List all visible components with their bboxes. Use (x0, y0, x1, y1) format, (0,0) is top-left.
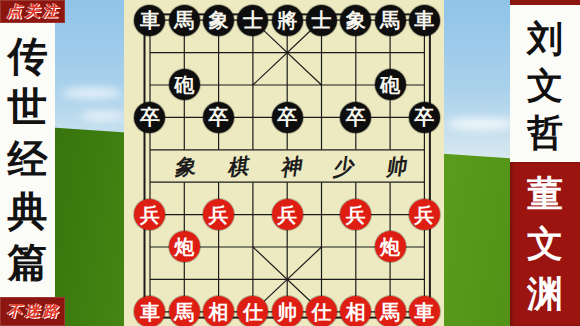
text-char: 董 (527, 176, 563, 212)
piece-red-horse-c1r9[interactable]: 馬 (169, 296, 200, 326)
text-char: 刘 (527, 21, 563, 57)
player-name-panel-black: 刘文哲 (510, 0, 580, 162)
piece-black-cannon-c1r2[interactable]: 砲 (169, 69, 200, 100)
piece-red-horse-c7r9[interactable]: 馬 (375, 296, 406, 326)
piece-black-horse-c7r0[interactable]: 馬 (375, 5, 406, 36)
piece-black-general-c4r0[interactable]: 將 (272, 5, 303, 36)
follow-banner-top[interactable]: 点关注 (0, 0, 65, 23)
piece-black-soldier-c4r3[interactable]: 卒 (272, 102, 303, 133)
series-title-vertical: 传世经典篇 (0, 24, 55, 294)
piece-black-soldier-c2r3[interactable]: 卒 (203, 102, 234, 133)
follow-banner-bottom[interactable]: 不迷路 (0, 297, 65, 326)
thumbnail-stage: 传世经典篇 点关注 不迷路 刘文哲 董文渊 象棋神少帅 車馬象士將士象馬車砲砲卒… (0, 0, 580, 326)
piece-black-soldier-c8r3[interactable]: 卒 (409, 102, 440, 133)
text-char: 典 (8, 191, 48, 231)
text-char: 哲 (527, 115, 563, 151)
piece-black-elephant-c6r0[interactable]: 象 (340, 5, 371, 36)
text-char: 迷 (25, 304, 40, 319)
piece-black-advisor-c3r0[interactable]: 士 (237, 5, 268, 36)
text-char: 世 (8, 87, 48, 127)
player-name-top: 刘文哲 (510, 0, 580, 162)
cloud (80, 112, 126, 120)
piece-red-chariot-c8r9[interactable]: 車 (409, 296, 440, 326)
xiangqi-board-grid: 車馬象士將士象馬車砲砲卒卒卒卒卒兵兵兵兵兵炮炮車馬相仕帅仕相馬車 (133, 4, 442, 326)
piece-black-chariot-c8r0[interactable]: 車 (409, 5, 440, 36)
text-char: 点 (7, 4, 22, 19)
cloud (446, 118, 516, 130)
piece-red-general-c4r9[interactable]: 帅 (272, 296, 303, 326)
piece-black-soldier-c6r3[interactable]: 卒 (340, 102, 371, 133)
top-red-bar (510, 0, 580, 5)
piece-red-advisor-c5r9[interactable]: 仕 (306, 296, 337, 326)
piece-black-horse-c1r0[interactable]: 馬 (169, 5, 200, 36)
text-char: 注 (43, 4, 58, 19)
piece-red-soldier-c0r6[interactable]: 兵 (134, 199, 165, 230)
piece-black-soldier-c0r3[interactable]: 卒 (134, 102, 165, 133)
player-name-bottom: 董文渊 (510, 162, 580, 326)
text-char: 文 (527, 226, 563, 262)
piece-black-chariot-c0r0[interactable]: 車 (134, 5, 165, 36)
piece-black-advisor-c5r0[interactable]: 士 (306, 5, 337, 36)
xiangqi-board: 象棋神少帅 車馬象士將士象馬車砲砲卒卒卒卒卒兵兵兵兵兵炮炮車馬相仕帅仕相馬車 (124, 0, 444, 326)
text-char: 不 (7, 304, 22, 319)
piece-red-chariot-c0r9[interactable]: 車 (134, 296, 165, 326)
piece-red-soldier-c4r6[interactable]: 兵 (272, 199, 303, 230)
piece-red-soldier-c2r6[interactable]: 兵 (203, 199, 234, 230)
piece-black-elephant-c2r0[interactable]: 象 (203, 5, 234, 36)
text-char: 文 (527, 68, 563, 104)
piece-red-cannon-c7r7[interactable]: 炮 (375, 231, 406, 262)
piece-red-elephant-c2r9[interactable]: 相 (203, 296, 234, 326)
text-char: 传 (8, 36, 48, 76)
cloud (62, 88, 122, 98)
text-char: 经 (8, 139, 48, 179)
text-char: 篇 (8, 242, 48, 282)
player-name-panel-red: 董文渊 (510, 162, 580, 326)
text-char: 关 (25, 4, 40, 19)
text-char: 渊 (527, 276, 563, 312)
piece-red-soldier-c6r6[interactable]: 兵 (340, 199, 371, 230)
piece-red-advisor-c3r9[interactable]: 仕 (237, 296, 268, 326)
piece-red-soldier-c8r6[interactable]: 兵 (409, 199, 440, 230)
piece-red-cannon-c1r7[interactable]: 炮 (169, 231, 200, 262)
piece-red-elephant-c6r9[interactable]: 相 (340, 296, 371, 326)
text-char: 路 (43, 304, 58, 319)
piece-black-cannon-c7r2[interactable]: 砲 (375, 69, 406, 100)
